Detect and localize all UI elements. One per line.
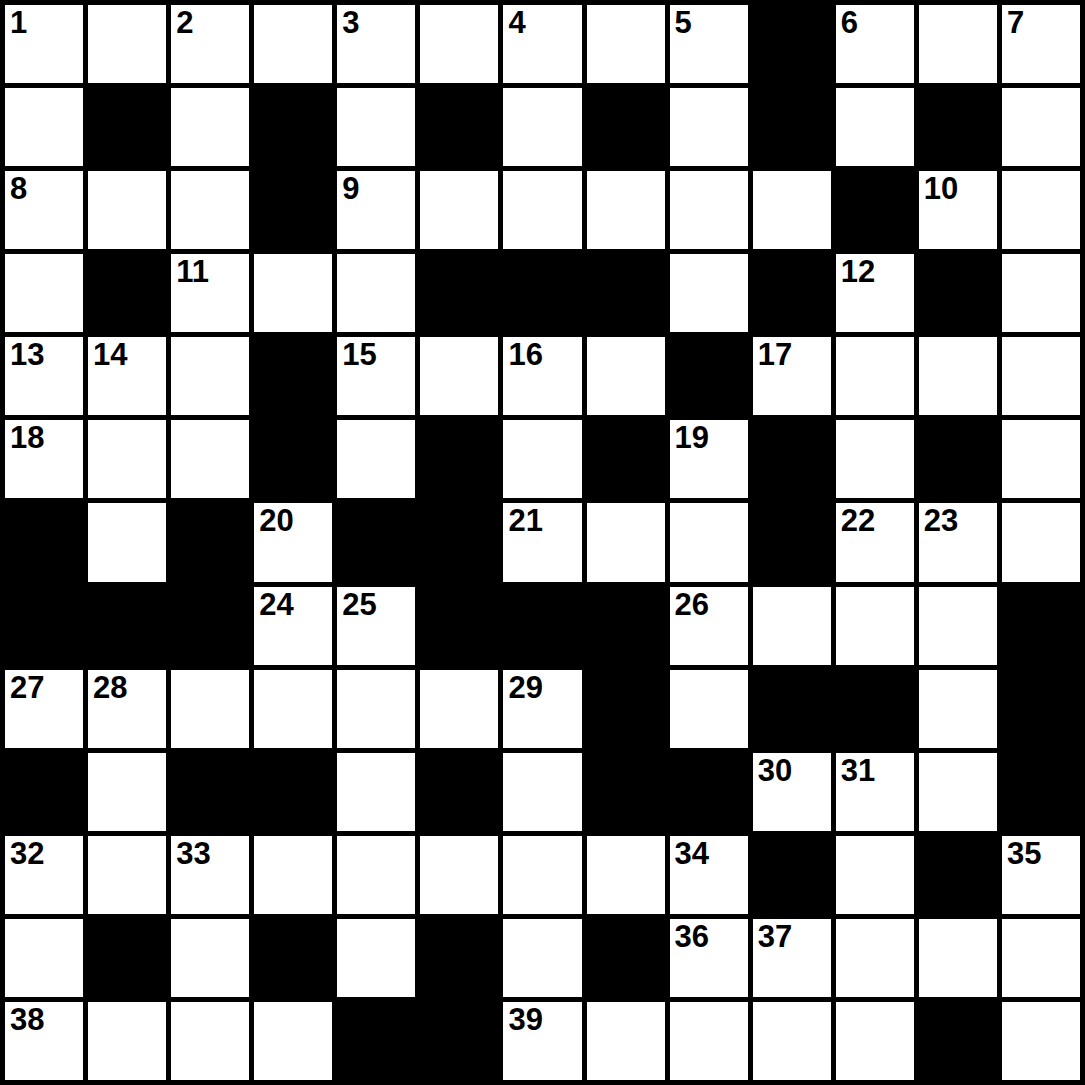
white-cell[interactable] xyxy=(1002,337,1080,415)
black-cell xyxy=(753,836,831,914)
white-cell[interactable] xyxy=(670,254,748,332)
white-cell[interactable]: 1 xyxy=(5,5,83,83)
white-cell[interactable]: 2 xyxy=(171,5,249,83)
clue-number: 10 xyxy=(924,173,958,204)
white-cell[interactable] xyxy=(1002,88,1080,166)
white-cell[interactable]: 22 xyxy=(836,503,914,581)
black-cell xyxy=(587,420,665,498)
white-cell[interactable]: 17 xyxy=(753,337,831,415)
white-cell[interactable] xyxy=(171,670,249,748)
clue-number: 16 xyxy=(508,339,542,370)
clue-number: 4 xyxy=(508,7,525,38)
clue-number: 8 xyxy=(10,173,27,204)
white-cell[interactable] xyxy=(587,503,665,581)
white-cell[interactable]: 28 xyxy=(88,670,166,748)
white-cell[interactable] xyxy=(171,337,249,415)
black-cell xyxy=(420,1002,498,1080)
white-cell[interactable] xyxy=(1002,1002,1080,1080)
clue-number: 12 xyxy=(841,256,875,287)
black-cell xyxy=(919,836,997,914)
white-cell[interactable]: 15 xyxy=(337,337,415,415)
white-cell[interactable]: 33 xyxy=(171,836,249,914)
white-cell[interactable]: 35 xyxy=(1002,836,1080,914)
black-cell xyxy=(1002,753,1080,831)
clue-number: 24 xyxy=(259,589,293,620)
black-cell xyxy=(919,88,997,166)
clue-number: 13 xyxy=(10,339,44,370)
white-cell[interactable] xyxy=(88,420,166,498)
black-cell xyxy=(420,587,498,665)
white-cell[interactable] xyxy=(753,587,831,665)
white-cell[interactable] xyxy=(670,171,748,249)
clue-number: 5 xyxy=(675,7,692,38)
white-cell[interactable] xyxy=(88,171,166,249)
clue-number: 27 xyxy=(10,672,44,703)
black-cell xyxy=(753,254,831,332)
white-cell[interactable]: 4 xyxy=(503,5,581,83)
white-cell[interactable] xyxy=(587,337,665,415)
white-cell[interactable]: 26 xyxy=(670,587,748,665)
clue-number: 31 xyxy=(841,755,875,786)
clue-number: 38 xyxy=(10,1004,44,1035)
white-cell[interactable] xyxy=(420,337,498,415)
white-cell[interactable]: 18 xyxy=(5,420,83,498)
black-cell xyxy=(919,254,997,332)
white-cell[interactable] xyxy=(337,836,415,914)
clue-number: 37 xyxy=(758,921,792,952)
white-cell[interactable] xyxy=(254,670,332,748)
white-cell[interactable] xyxy=(1002,254,1080,332)
white-cell[interactable] xyxy=(919,587,997,665)
white-cell[interactable] xyxy=(836,1002,914,1080)
white-cell[interactable] xyxy=(5,88,83,166)
white-cell[interactable] xyxy=(337,88,415,166)
white-cell[interactable] xyxy=(836,337,914,415)
black-cell xyxy=(88,88,166,166)
white-cell[interactable]: 25 xyxy=(337,587,415,665)
white-cell[interactable] xyxy=(919,670,997,748)
white-cell[interactable] xyxy=(171,919,249,997)
white-cell[interactable] xyxy=(587,5,665,83)
clue-number: 2 xyxy=(176,7,193,38)
black-cell xyxy=(919,420,997,498)
white-cell[interactable] xyxy=(420,5,498,83)
white-cell[interactable]: 16 xyxy=(503,337,581,415)
black-cell xyxy=(420,254,498,332)
white-cell[interactable]: 36 xyxy=(670,919,748,997)
black-cell xyxy=(88,254,166,332)
black-cell xyxy=(254,919,332,997)
white-cell[interactable] xyxy=(171,420,249,498)
white-cell[interactable] xyxy=(254,5,332,83)
clue-number: 14 xyxy=(93,339,127,370)
clue-number: 33 xyxy=(176,838,210,869)
black-cell xyxy=(670,753,748,831)
white-cell[interactable] xyxy=(503,420,581,498)
white-cell[interactable] xyxy=(587,171,665,249)
clue-number: 35 xyxy=(1007,838,1041,869)
clue-number: 30 xyxy=(758,755,792,786)
white-cell[interactable]: 14 xyxy=(88,337,166,415)
black-cell xyxy=(753,420,831,498)
white-cell[interactable]: 5 xyxy=(670,5,748,83)
white-cell[interactable]: 3 xyxy=(337,5,415,83)
black-cell xyxy=(753,503,831,581)
clue-number: 25 xyxy=(342,589,376,620)
black-cell xyxy=(420,88,498,166)
black-cell xyxy=(254,420,332,498)
crossword-grid: 1234567891011121314151617181920212223242… xyxy=(0,0,1085,1085)
clue-number: 7 xyxy=(1007,7,1024,38)
white-cell[interactable]: 19 xyxy=(670,420,748,498)
clue-number: 22 xyxy=(841,505,875,536)
white-cell[interactable] xyxy=(670,88,748,166)
black-cell xyxy=(254,337,332,415)
clue-number: 3 xyxy=(342,7,359,38)
black-cell xyxy=(1002,587,1080,665)
clue-number: 17 xyxy=(758,339,792,370)
white-cell[interactable] xyxy=(1002,919,1080,997)
clue-number: 29 xyxy=(508,672,542,703)
clue-number: 15 xyxy=(342,339,376,370)
black-cell xyxy=(171,587,249,665)
clue-number: 1 xyxy=(10,7,27,38)
clue-number: 6 xyxy=(841,7,858,38)
black-cell xyxy=(5,503,83,581)
white-cell[interactable] xyxy=(88,836,166,914)
white-cell[interactable] xyxy=(254,836,332,914)
black-cell xyxy=(420,503,498,581)
white-cell[interactable] xyxy=(919,5,997,83)
white-cell[interactable]: 39 xyxy=(503,1002,581,1080)
black-cell xyxy=(753,670,831,748)
clue-number: 18 xyxy=(10,422,44,453)
black-cell xyxy=(88,919,166,997)
black-cell xyxy=(503,254,581,332)
black-cell xyxy=(753,5,831,83)
white-cell[interactable]: 29 xyxy=(503,670,581,748)
white-cell[interactable] xyxy=(171,1002,249,1080)
white-cell[interactable] xyxy=(836,420,914,498)
white-cell[interactable]: 24 xyxy=(254,587,332,665)
black-cell xyxy=(587,670,665,748)
clue-number: 26 xyxy=(675,589,709,620)
white-cell[interactable] xyxy=(919,337,997,415)
black-cell xyxy=(254,171,332,249)
white-cell[interactable] xyxy=(1002,171,1080,249)
white-cell[interactable] xyxy=(337,919,415,997)
black-cell xyxy=(753,88,831,166)
white-cell[interactable] xyxy=(254,254,332,332)
black-cell xyxy=(420,919,498,997)
white-cell[interactable]: 32 xyxy=(5,836,83,914)
white-cell[interactable] xyxy=(670,503,748,581)
white-cell[interactable] xyxy=(420,836,498,914)
black-cell xyxy=(337,503,415,581)
white-cell[interactable]: 37 xyxy=(753,919,831,997)
white-cell[interactable] xyxy=(171,88,249,166)
clue-number: 39 xyxy=(508,1004,542,1035)
black-cell xyxy=(171,503,249,581)
clue-number: 36 xyxy=(675,921,709,952)
white-cell[interactable] xyxy=(919,753,997,831)
white-cell[interactable] xyxy=(587,836,665,914)
clue-number: 34 xyxy=(675,838,709,869)
black-cell xyxy=(420,753,498,831)
white-cell[interactable]: 10 xyxy=(919,171,997,249)
black-cell xyxy=(836,171,914,249)
white-cell[interactable] xyxy=(753,171,831,249)
black-cell xyxy=(919,1002,997,1080)
white-cell[interactable] xyxy=(836,836,914,914)
black-cell xyxy=(587,587,665,665)
white-cell[interactable]: 8 xyxy=(5,171,83,249)
white-cell[interactable] xyxy=(587,1002,665,1080)
clue-number: 20 xyxy=(259,505,293,536)
white-cell[interactable] xyxy=(88,1002,166,1080)
clue-number: 9 xyxy=(342,173,359,204)
black-cell xyxy=(254,88,332,166)
clue-number: 28 xyxy=(93,672,127,703)
clue-number: 32 xyxy=(10,838,44,869)
white-cell[interactable] xyxy=(503,88,581,166)
white-cell[interactable] xyxy=(337,670,415,748)
white-cell[interactable]: 9 xyxy=(337,171,415,249)
white-cell[interactable] xyxy=(670,670,748,748)
clue-number: 23 xyxy=(924,505,958,536)
white-cell[interactable] xyxy=(503,836,581,914)
white-cell[interactable] xyxy=(503,753,581,831)
white-cell[interactable]: 27 xyxy=(5,670,83,748)
white-cell[interactable]: 12 xyxy=(836,254,914,332)
white-cell[interactable] xyxy=(836,919,914,997)
white-cell[interactable]: 7 xyxy=(1002,5,1080,83)
white-cell[interactable]: 38 xyxy=(5,1002,83,1080)
white-cell[interactable] xyxy=(670,1002,748,1080)
clue-number: 11 xyxy=(176,256,209,287)
black-cell xyxy=(503,587,581,665)
clue-number: 21 xyxy=(508,505,542,536)
white-cell[interactable] xyxy=(337,254,415,332)
white-cell[interactable] xyxy=(337,420,415,498)
white-cell[interactable]: 11 xyxy=(171,254,249,332)
black-cell xyxy=(5,753,83,831)
black-cell xyxy=(171,753,249,831)
white-cell[interactable] xyxy=(420,171,498,249)
black-cell xyxy=(836,670,914,748)
white-cell[interactable]: 31 xyxy=(836,753,914,831)
white-cell[interactable]: 30 xyxy=(753,753,831,831)
black-cell xyxy=(587,254,665,332)
white-cell[interactable] xyxy=(88,503,166,581)
white-cell[interactable] xyxy=(337,753,415,831)
white-cell[interactable] xyxy=(5,254,83,332)
black-cell xyxy=(337,1002,415,1080)
black-cell xyxy=(88,587,166,665)
white-cell[interactable] xyxy=(254,1002,332,1080)
white-cell[interactable] xyxy=(836,587,914,665)
black-cell xyxy=(670,337,748,415)
clue-number: 19 xyxy=(675,422,709,453)
black-cell xyxy=(5,587,83,665)
white-cell[interactable] xyxy=(753,1002,831,1080)
white-cell[interactable]: 20 xyxy=(254,503,332,581)
white-cell[interactable] xyxy=(1002,420,1080,498)
white-cell[interactable] xyxy=(503,919,581,997)
white-cell[interactable] xyxy=(919,919,997,997)
white-cell[interactable] xyxy=(5,919,83,997)
black-cell xyxy=(587,88,665,166)
black-cell xyxy=(587,919,665,997)
white-cell[interactable]: 13 xyxy=(5,337,83,415)
white-cell[interactable] xyxy=(420,670,498,748)
white-cell[interactable] xyxy=(171,171,249,249)
white-cell[interactable]: 6 xyxy=(836,5,914,83)
black-cell xyxy=(587,753,665,831)
white-cell[interactable] xyxy=(88,5,166,83)
white-cell[interactable] xyxy=(503,171,581,249)
black-cell xyxy=(254,753,332,831)
black-cell xyxy=(1002,670,1080,748)
black-cell xyxy=(420,420,498,498)
white-cell[interactable] xyxy=(836,88,914,166)
white-cell[interactable]: 34 xyxy=(670,836,748,914)
white-cell[interactable]: 21 xyxy=(503,503,581,581)
white-cell[interactable] xyxy=(1002,503,1080,581)
white-cell[interactable] xyxy=(88,753,166,831)
white-cell[interactable]: 23 xyxy=(919,503,997,581)
